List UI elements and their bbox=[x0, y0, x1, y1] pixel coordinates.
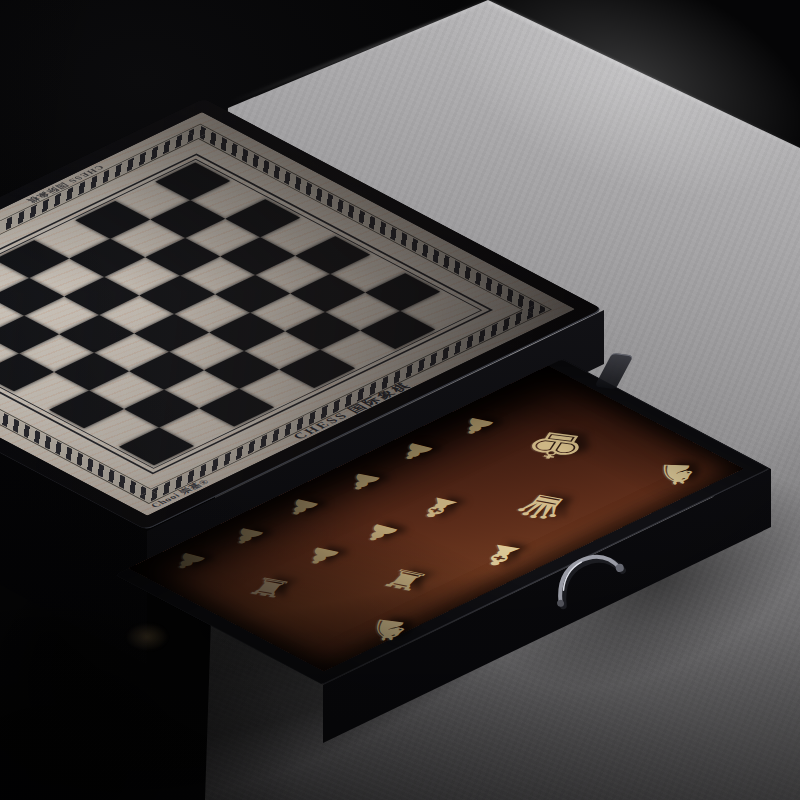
metal-corner-foot bbox=[118, 618, 176, 656]
scene: ♟♟♟♟♟♟♟♟♜♝♚♛♜♝♞♞ CHESS 国际象棋 Chooi 崇基® CH… bbox=[0, 0, 800, 800]
